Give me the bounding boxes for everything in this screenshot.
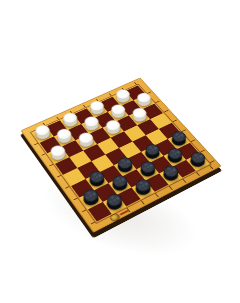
checker-black[interactable]: ⛂ <box>133 182 153 198</box>
square-light[interactable] <box>63 168 86 186</box>
checker-black[interactable]: ⛂ <box>110 178 129 194</box>
checker-black[interactable]: ⛂ <box>116 160 135 175</box>
square-light[interactable] <box>69 151 91 168</box>
checker-black[interactable]: ⛂ <box>87 173 106 188</box>
checker-black[interactable]: ⛂ <box>143 147 162 161</box>
checker-black[interactable]: ⛂ <box>105 196 125 212</box>
checker-black[interactable]: ⛂ <box>81 192 101 208</box>
checker-black[interactable]: ⛂ <box>138 164 157 179</box>
square-light[interactable] <box>91 155 113 173</box>
checker-white[interactable]: ⛀ <box>49 148 68 162</box>
